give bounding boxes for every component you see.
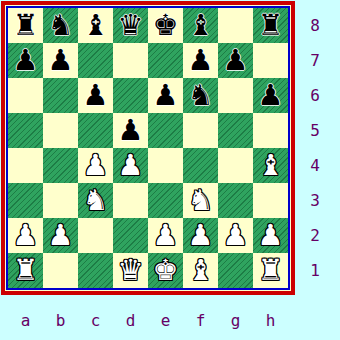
- piece-white-pawn[interactable]: ♟: [258, 218, 284, 253]
- square-d1[interactable]: ♛: [113, 253, 148, 288]
- square-e2[interactable]: ♟: [148, 218, 183, 253]
- piece-black-pawn[interactable]: ♟: [83, 78, 109, 113]
- square-c5[interactable]: [78, 113, 113, 148]
- piece-black-pawn[interactable]: ♟: [258, 78, 284, 113]
- square-b4[interactable]: [43, 148, 78, 183]
- rank-label-7: 7: [302, 43, 328, 78]
- square-c6[interactable]: ♟: [78, 78, 113, 113]
- square-b8[interactable]: ♞: [43, 8, 78, 43]
- piece-black-king[interactable]: ♚: [153, 8, 179, 43]
- piece-white-queen[interactable]: ♛: [118, 253, 144, 288]
- file-label-h: h: [253, 308, 288, 334]
- square-h3[interactable]: [253, 183, 288, 218]
- file-label-c: c: [78, 308, 113, 334]
- square-c1[interactable]: [78, 253, 113, 288]
- rank-label-8: 8: [302, 8, 328, 43]
- piece-white-king[interactable]: ♚: [153, 253, 179, 288]
- piece-white-pawn[interactable]: ♟: [13, 218, 39, 253]
- file-label-e: e: [148, 308, 183, 334]
- piece-white-pawn[interactable]: ♟: [223, 218, 249, 253]
- piece-black-bishop[interactable]: ♝: [83, 8, 109, 43]
- piece-black-pawn[interactable]: ♟: [48, 43, 74, 78]
- square-b1[interactable]: [43, 253, 78, 288]
- square-g1[interactable]: [218, 253, 253, 288]
- square-d8[interactable]: ♛: [113, 8, 148, 43]
- square-e7[interactable]: [148, 43, 183, 78]
- square-f2[interactable]: ♟: [183, 218, 218, 253]
- square-a2[interactable]: ♟: [8, 218, 43, 253]
- square-h4[interactable]: ♝: [253, 148, 288, 183]
- square-b7[interactable]: ♟: [43, 43, 78, 78]
- square-f3[interactable]: ♞: [183, 183, 218, 218]
- square-g2[interactable]: ♟: [218, 218, 253, 253]
- square-e1[interactable]: ♚: [148, 253, 183, 288]
- square-g8[interactable]: [218, 8, 253, 43]
- square-a1[interactable]: ♜: [8, 253, 43, 288]
- piece-white-knight[interactable]: ♞: [188, 183, 214, 218]
- chess-app: ♜♞♝♛♚♝♜♟♟♟♟♟♟♞♟♟♟♟♝♞♞♟♟♟♟♟♟♜♛♚♝♜ 8765432…: [0, 0, 340, 340]
- piece-white-rook[interactable]: ♜: [13, 253, 39, 288]
- square-h6[interactable]: ♟: [253, 78, 288, 113]
- square-c7[interactable]: [78, 43, 113, 78]
- piece-black-pawn[interactable]: ♟: [223, 43, 249, 78]
- piece-black-knight[interactable]: ♞: [48, 8, 74, 43]
- file-label-d: d: [113, 308, 148, 334]
- square-d2[interactable]: [113, 218, 148, 253]
- square-e6[interactable]: ♟: [148, 78, 183, 113]
- piece-white-bishop[interactable]: ♝: [188, 253, 214, 288]
- piece-black-queen[interactable]: ♛: [118, 8, 144, 43]
- piece-white-pawn[interactable]: ♟: [188, 218, 214, 253]
- square-f7[interactable]: ♟: [183, 43, 218, 78]
- piece-black-pawn[interactable]: ♟: [188, 43, 214, 78]
- piece-black-knight[interactable]: ♞: [188, 78, 214, 113]
- square-f1[interactable]: ♝: [183, 253, 218, 288]
- square-d6[interactable]: [113, 78, 148, 113]
- square-d5[interactable]: ♟: [113, 113, 148, 148]
- square-b5[interactable]: [43, 113, 78, 148]
- square-e4[interactable]: [148, 148, 183, 183]
- square-a7[interactable]: ♟: [8, 43, 43, 78]
- square-g3[interactable]: [218, 183, 253, 218]
- piece-white-pawn[interactable]: ♟: [118, 148, 144, 183]
- rank-label-2: 2: [302, 218, 328, 253]
- rank-label-4: 4: [302, 148, 328, 183]
- square-a6[interactable]: [8, 78, 43, 113]
- square-c8[interactable]: ♝: [78, 8, 113, 43]
- file-label-a: a: [8, 308, 43, 334]
- square-h8[interactable]: ♜: [253, 8, 288, 43]
- square-c2[interactable]: [78, 218, 113, 253]
- square-a4[interactable]: [8, 148, 43, 183]
- square-h5[interactable]: [253, 113, 288, 148]
- piece-white-rook[interactable]: ♜: [258, 253, 284, 288]
- square-b6[interactable]: [43, 78, 78, 113]
- board-inner-border: ♜♞♝♛♚♝♜♟♟♟♟♟♟♞♟♟♟♟♝♞♞♟♟♟♟♟♟♜♛♚♝♜: [6, 6, 290, 290]
- square-g5[interactable]: [218, 113, 253, 148]
- square-b2[interactable]: ♟: [43, 218, 78, 253]
- piece-black-rook[interactable]: ♜: [258, 8, 284, 43]
- square-c4[interactable]: ♟: [78, 148, 113, 183]
- square-d4[interactable]: ♟: [113, 148, 148, 183]
- board-frame: ♜♞♝♛♚♝♜♟♟♟♟♟♟♞♟♟♟♟♝♞♞♟♟♟♟♟♟♜♛♚♝♜: [1, 1, 295, 295]
- piece-white-pawn[interactable]: ♟: [83, 148, 109, 183]
- square-c3[interactable]: ♞: [78, 183, 113, 218]
- square-f6[interactable]: ♞: [183, 78, 218, 113]
- square-f8[interactable]: ♝: [183, 8, 218, 43]
- chess-board: ♜♞♝♛♚♝♜♟♟♟♟♟♟♞♟♟♟♟♝♞♞♟♟♟♟♟♟♜♛♚♝♜: [8, 8, 288, 288]
- square-d3[interactable]: [113, 183, 148, 218]
- piece-black-pawn[interactable]: ♟: [118, 113, 144, 148]
- file-label-f: f: [183, 308, 218, 334]
- square-b3[interactable]: [43, 183, 78, 218]
- piece-white-pawn[interactable]: ♟: [153, 218, 179, 253]
- file-label-g: g: [218, 308, 253, 334]
- rank-label-3: 3: [302, 183, 328, 218]
- piece-white-bishop[interactable]: ♝: [258, 148, 284, 183]
- square-a3[interactable]: [8, 183, 43, 218]
- piece-black-bishop[interactable]: ♝: [188, 8, 214, 43]
- piece-black-pawn[interactable]: ♟: [153, 78, 179, 113]
- rank-label-6: 6: [302, 78, 328, 113]
- square-a5[interactable]: [8, 113, 43, 148]
- square-d7[interactable]: [113, 43, 148, 78]
- square-g6[interactable]: [218, 78, 253, 113]
- rank-label-5: 5: [302, 113, 328, 148]
- square-g4[interactable]: [218, 148, 253, 183]
- square-g7[interactable]: ♟: [218, 43, 253, 78]
- piece-black-rook[interactable]: ♜: [13, 8, 39, 43]
- piece-black-pawn[interactable]: ♟: [13, 43, 39, 78]
- square-e5[interactable]: [148, 113, 183, 148]
- square-h1[interactable]: ♜: [253, 253, 288, 288]
- piece-white-pawn[interactable]: ♟: [48, 218, 74, 253]
- square-a8[interactable]: ♜: [8, 8, 43, 43]
- square-f5[interactable]: [183, 113, 218, 148]
- square-e3[interactable]: [148, 183, 183, 218]
- rank-label-1: 1: [302, 253, 328, 288]
- square-e8[interactable]: ♚: [148, 8, 183, 43]
- square-h2[interactable]: ♟: [253, 218, 288, 253]
- square-f4[interactable]: [183, 148, 218, 183]
- square-h7[interactable]: [253, 43, 288, 78]
- file-label-b: b: [43, 308, 78, 334]
- piece-white-knight[interactable]: ♞: [83, 183, 109, 218]
